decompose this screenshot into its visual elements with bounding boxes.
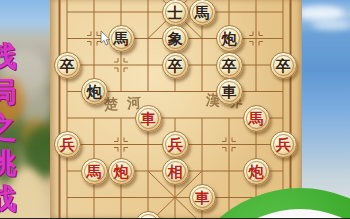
piece-red-炮-c7r7[interactable]: 炮 (243, 158, 270, 185)
left-scenery-photo: 残局之挑战 (0, 0, 52, 218)
xiangqi-board[interactable]: 楚河 漢界 士馬馬象炮卒卒卒卒炮車車馬兵兵兵馬炮相炮車仕 (50, 0, 302, 218)
piece-label: 士 (163, 0, 188, 25)
piece-label: 相 (163, 159, 188, 184)
piece-black-象-c4r2[interactable]: 象 (162, 25, 189, 52)
piece-black-車-c6r4[interactable]: 車 (216, 78, 243, 105)
right-sky-background (302, 0, 350, 218)
piece-red-兵-c0r6[interactable]: 兵 (54, 131, 81, 158)
piece-label: 車 (190, 185, 215, 210)
mouse-cursor-icon (100, 31, 113, 47)
piece-red-馬-c1r7[interactable]: 馬 (81, 158, 108, 185)
banner-char: 残 (0, 40, 18, 72)
piece-label: 車 (217, 79, 242, 104)
piece-label: 兵 (163, 132, 188, 157)
piece-red-相-c4r7[interactable]: 相 (162, 158, 189, 185)
piece-black-炮-c1r4[interactable]: 炮 (81, 78, 108, 105)
piece-black-士-c4r1[interactable]: 士 (162, 0, 189, 26)
piece-black-炮-c6r2[interactable]: 炮 (216, 25, 243, 52)
piece-label: 馬 (82, 159, 107, 184)
piece-label: 卒 (163, 53, 188, 78)
cloud (298, 6, 344, 20)
piece-black-卒-c4r3[interactable]: 卒 (162, 52, 189, 79)
piece-label: 仕 (136, 212, 161, 219)
piece-red-馬-c7r5[interactable]: 馬 (243, 105, 270, 132)
piece-label: 炮 (217, 26, 242, 51)
piece-red-車-c5r8[interactable]: 車 (189, 184, 216, 211)
piece-label: 象 (163, 26, 188, 51)
piece-label: 車 (136, 106, 161, 131)
piece-label: 卒 (55, 53, 80, 78)
piece-red-兵-c4r6[interactable]: 兵 (162, 131, 189, 158)
piece-black-卒-c0r3[interactable]: 卒 (54, 52, 81, 79)
piece-label: 兵 (271, 132, 296, 157)
piece-label: 炮 (244, 159, 269, 184)
piece-black-卒-c8r3[interactable]: 卒 (270, 52, 297, 79)
xiangqi-game-screen: 残局之挑战 楚河 漢界 士馬馬象炮卒卒卒卒炮車車馬兵兵兵馬炮相炮車仕 (0, 0, 350, 218)
piece-label: 兵 (55, 132, 80, 157)
piece-red-炮-c2r7[interactable]: 炮 (108, 158, 135, 185)
piece-label: 卒 (217, 53, 242, 78)
piece-label: 卒 (271, 53, 296, 78)
banner-char: 战 (0, 182, 18, 214)
banner-char: 局 (0, 76, 18, 108)
piece-label: 炮 (82, 79, 107, 104)
piece-black-卒-c6r3[interactable]: 卒 (216, 52, 243, 79)
piece-label: 炮 (109, 159, 134, 184)
banner-char: 挑 (0, 147, 18, 179)
piece-red-車-c3r5[interactable]: 車 (135, 105, 162, 132)
piece-black-馬-c5r1[interactable]: 馬 (189, 0, 216, 26)
cloud (312, 20, 350, 30)
piece-red-兵-c8r6[interactable]: 兵 (270, 131, 297, 158)
piece-red-仕-c3r9[interactable]: 仕 (135, 211, 162, 219)
piece-label: 馬 (244, 106, 269, 131)
banner-char: 之 (0, 111, 18, 143)
piece-label: 馬 (190, 0, 215, 25)
